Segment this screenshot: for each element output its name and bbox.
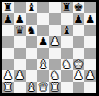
square-d2[interactable]	[37, 70, 49, 81]
square-g1[interactable]	[73, 82, 85, 93]
square-c4[interactable]	[26, 48, 38, 59]
square-f8[interactable]: ♜	[61, 2, 73, 13]
square-c2[interactable]	[26, 70, 38, 81]
black-queen: ♛	[15, 25, 25, 36]
square-h6[interactable]	[84, 25, 96, 36]
square-g8[interactable]: ♚	[73, 2, 85, 13]
black-king: ♚	[73, 2, 83, 13]
square-h3[interactable]	[84, 59, 96, 70]
square-f1[interactable]	[61, 82, 73, 93]
square-d3[interactable]: ♝	[37, 59, 49, 70]
square-d6[interactable]	[37, 25, 49, 36]
square-f7[interactable]	[61, 13, 73, 24]
square-e7[interactable]	[49, 13, 61, 24]
black-rook: ♜	[3, 2, 13, 13]
square-a1[interactable]: ♜	[2, 82, 14, 93]
square-f5[interactable]	[61, 36, 73, 47]
square-h4[interactable]	[84, 48, 96, 59]
white-knight: ♞	[62, 59, 72, 70]
white-pawn: ♟	[85, 70, 95, 81]
white-knight: ♞	[50, 70, 60, 81]
square-b6[interactable]: ♛	[14, 25, 26, 36]
chess-board-frame: ♜♝♜♚♟♟♟♟♛♞♝♟♟♝♞♚♟♟♞♟♟♜♝♛♜	[0, 0, 99, 96]
white-queen: ♛	[38, 82, 48, 93]
black-pawn: ♟	[73, 13, 83, 24]
square-f4[interactable]	[61, 48, 73, 59]
square-g7[interactable]: ♟	[73, 13, 85, 24]
white-pawn: ♟	[3, 70, 13, 81]
square-b7[interactable]: ♟	[14, 13, 26, 24]
square-d7[interactable]	[37, 13, 49, 24]
square-h8[interactable]	[84, 2, 96, 13]
black-rook: ♜	[62, 2, 72, 13]
square-c6[interactable]: ♞	[26, 25, 38, 36]
square-b4[interactable]	[14, 48, 26, 59]
square-d5[interactable]: ♟	[37, 36, 49, 47]
square-e5[interactable]: ♟	[49, 36, 61, 47]
square-h5[interactable]	[84, 36, 96, 47]
square-d8[interactable]	[37, 2, 49, 13]
square-d4[interactable]	[37, 48, 49, 59]
square-e3[interactable]	[49, 59, 61, 70]
square-a6[interactable]	[2, 25, 14, 36]
square-c7[interactable]	[26, 13, 38, 24]
square-e1[interactable]: ♜	[49, 82, 61, 93]
white-pawn: ♟	[73, 70, 83, 81]
white-rook: ♜	[3, 82, 13, 93]
black-bishop: ♝	[62, 25, 72, 36]
square-a2[interactable]: ♟	[2, 70, 14, 81]
white-pawn: ♟	[15, 70, 25, 81]
black-pawn: ♟	[85, 13, 95, 24]
black-bishop: ♝	[26, 2, 36, 13]
square-b8[interactable]	[14, 2, 26, 13]
black-pawn: ♟	[3, 13, 13, 24]
square-f3[interactable]: ♞	[61, 59, 73, 70]
white-bishop: ♝	[26, 82, 36, 93]
square-e4[interactable]	[49, 48, 61, 59]
square-g2[interactable]: ♟	[73, 70, 85, 81]
white-pawn: ♟	[50, 36, 60, 47]
square-a4[interactable]	[2, 48, 14, 59]
white-rook: ♜	[50, 82, 60, 93]
square-f2[interactable]	[61, 70, 73, 81]
square-a8[interactable]: ♜	[2, 2, 14, 13]
black-knight: ♞	[26, 25, 36, 36]
chess-board: ♜♝♜♚♟♟♟♟♛♞♝♟♟♝♞♚♟♟♞♟♟♜♝♛♜	[2, 2, 96, 93]
square-c3[interactable]	[26, 59, 38, 70]
square-f6[interactable]: ♝	[61, 25, 73, 36]
square-e6[interactable]	[49, 25, 61, 36]
square-b3[interactable]	[14, 59, 26, 70]
square-h7[interactable]: ♟	[84, 13, 96, 24]
square-h1[interactable]	[84, 82, 96, 93]
square-b1[interactable]	[14, 82, 26, 93]
square-e8[interactable]	[49, 2, 61, 13]
square-a7[interactable]: ♟	[2, 13, 14, 24]
square-h2[interactable]: ♟	[84, 70, 96, 81]
square-c8[interactable]: ♝	[26, 2, 38, 13]
square-g6[interactable]	[73, 25, 85, 36]
square-c1[interactable]: ♝	[26, 82, 38, 93]
black-pawn: ♟	[15, 13, 25, 24]
white-king: ♚	[73, 59, 83, 70]
square-c5[interactable]	[26, 36, 38, 47]
square-g5[interactable]	[73, 36, 85, 47]
square-b2[interactable]: ♟	[14, 70, 26, 81]
square-a3[interactable]	[2, 59, 14, 70]
square-b5[interactable]	[14, 36, 26, 47]
square-a5[interactable]	[2, 36, 14, 47]
square-d1[interactable]: ♛	[37, 82, 49, 93]
white-bishop: ♝	[38, 59, 48, 70]
square-g3[interactable]: ♚	[73, 59, 85, 70]
square-g4[interactable]	[73, 48, 85, 59]
black-pawn: ♟	[38, 36, 48, 47]
square-e2[interactable]: ♞	[49, 70, 61, 81]
